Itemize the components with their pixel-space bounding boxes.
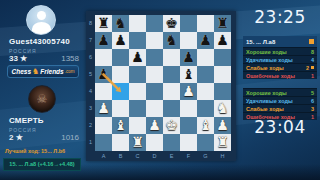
move-quality-icon (309, 39, 314, 44)
white-rook: ♜ (216, 134, 229, 151)
file-labels: ABCDEFGH (95, 152, 231, 160)
square-a6[interactable] (95, 49, 112, 66)
best-move-hint: Лучший ход: 15... Л.b6 (5, 148, 85, 154)
square-d2[interactable]: ♟ (146, 117, 163, 134)
square-g2[interactable]: ♝ (197, 117, 214, 134)
square-g6[interactable] (197, 49, 214, 66)
stat-row-weak-moves: Слабые ходы2 (243, 63, 317, 71)
white-knight: ♞ (216, 100, 229, 117)
square-b2[interactable]: ♝ (112, 117, 129, 134)
square-d1[interactable] (146, 134, 163, 151)
stat-label: Хорошие ходы (246, 90, 287, 96)
square-c1[interactable]: ♜ (129, 134, 146, 151)
square-f7[interactable] (180, 32, 197, 49)
square-f4[interactable]: ♟ (180, 83, 197, 100)
chess-board[interactable]: 87654321 ♜♞♚♜♟♟♞♟♟♟♟♟♝♟♟♞♝♟♚♝♟♜♜ ABCDEFG… (86, 11, 236, 161)
white-pawn: ♟ (182, 83, 195, 100)
square-c3[interactable] (129, 100, 146, 117)
stat-value: 1 (311, 73, 314, 79)
black-pawn: ♟ (97, 66, 110, 83)
square-h8[interactable]: ♜ (214, 15, 231, 32)
square-f1[interactable] (180, 134, 197, 151)
stat-value: 4 (311, 57, 314, 63)
square-a7[interactable]: ♟ (95, 32, 112, 49)
rank-label-7: 7 (86, 32, 95, 49)
square-e5[interactable] (163, 66, 180, 83)
black-pawn: ♟ (182, 49, 195, 66)
current-move-marker-icon (311, 66, 314, 69)
square-e2[interactable]: ♚ (163, 117, 180, 134)
rank-label-4: 4 (86, 83, 95, 100)
stat-label: Хорошие ходы (246, 49, 287, 55)
square-d5[interactable] (146, 66, 163, 83)
stat-label: Удачливые ходы (246, 57, 293, 63)
square-f2[interactable] (180, 117, 197, 134)
black-king: ♚ (165, 15, 178, 32)
stat-label: Ошибочные ходы (246, 73, 295, 79)
white-rook: ♜ (131, 134, 144, 151)
square-b5[interactable] (112, 66, 129, 83)
opponent-stats-panel: 15. ... Л.a8 Хорошие ходы8Удачливые ходы… (243, 36, 317, 79)
stat-value: 2 (306, 65, 309, 71)
stat-row-good-moves: Хорошие ходы8 (243, 47, 317, 55)
square-c4[interactable] (129, 83, 146, 100)
square-d8[interactable] (146, 15, 163, 32)
square-d3[interactable] (146, 100, 163, 117)
square-h4[interactable] (214, 83, 231, 100)
square-b1[interactable] (112, 134, 129, 151)
square-d4[interactable] (146, 83, 163, 100)
player-stats-panel: Хорошие ходы5Удачливые ходы6Слабые ходы3… (243, 88, 317, 120)
file-label-e: E (163, 152, 180, 160)
opponent-name: Guest43005740 (9, 37, 83, 46)
skull-icon: ☠ (37, 93, 48, 105)
player-clock: 23:04 (240, 117, 320, 137)
file-label-c: C (129, 152, 146, 160)
black-rook: ♜ (97, 15, 110, 32)
opponent-stars: 33 ★ (9, 54, 27, 63)
stat-row-lucky-moves: Удачливые ходы4 (243, 55, 317, 63)
stat-value: 6 (311, 98, 314, 104)
square-d6[interactable] (146, 49, 163, 66)
person-icon (32, 22, 51, 35)
square-h6[interactable] (214, 49, 231, 66)
person-icon (37, 11, 46, 20)
square-c8[interactable] (129, 15, 146, 32)
square-f8[interactable] (180, 15, 197, 32)
stat-row-good-moves: Хорошие ходы5 (243, 88, 317, 96)
square-a3[interactable]: ♟ (95, 100, 112, 117)
square-h2[interactable]: ♟ (214, 117, 231, 134)
square-c5[interactable] (129, 66, 146, 83)
square-g7[interactable]: ♟ (197, 32, 214, 49)
square-a5[interactable]: ♟ (95, 66, 112, 83)
logo-domain: .com (65, 69, 75, 74)
stat-row-lucky-moves: Удачливые ходы6 (243, 96, 317, 104)
last-move-header: 15. ... Л.a8 (243, 36, 317, 47)
stat-row-bad-moves: Ошибочные ходы1 (243, 71, 317, 79)
white-pawn: ♟ (216, 117, 229, 134)
square-h5[interactable] (214, 66, 231, 83)
square-e1[interactable] (163, 134, 180, 151)
logo-text: Chess (12, 68, 32, 75)
square-b4[interactable] (112, 83, 129, 100)
rank-label-6: 6 (86, 49, 95, 66)
black-knight: ♞ (114, 15, 127, 32)
file-label-b: B (112, 152, 129, 160)
knight-icon: ♞ (32, 68, 39, 76)
player-stars: 2 ★ (9, 133, 23, 142)
square-c6[interactable]: ♟ (129, 49, 146, 66)
black-rook: ♜ (216, 15, 229, 32)
chess-game-screen: Guest43005740 РОССИЯ 33 ★ 1358 Chess ♞ F… (0, 0, 320, 180)
square-h7[interactable]: ♟ (214, 32, 231, 49)
rank-label-2: 2 (86, 117, 95, 134)
square-g8[interactable] (197, 15, 214, 32)
stat-row-weak-moves: Слабые ходы3 (243, 104, 317, 112)
stat-label: Удачливые ходы (246, 98, 293, 104)
square-e7[interactable]: ♞ (163, 32, 180, 49)
file-label-f: F (180, 152, 197, 160)
black-knight: ♞ (165, 32, 178, 49)
rank-label-1: 1 (86, 134, 95, 151)
square-b8[interactable]: ♞ (112, 15, 129, 32)
board-squares[interactable]: ♜♞♚♜♟♟♞♟♟♟♟♟♝♟♟♞♝♟♚♝♟♜♜ (95, 15, 231, 151)
player-name: СМЕРТЬ (9, 116, 83, 125)
square-g5[interactable] (197, 66, 214, 83)
file-label-h: H (214, 152, 231, 160)
square-a1[interactable] (95, 134, 112, 151)
rank-labels: 87654321 (86, 15, 95, 151)
square-f6[interactable]: ♟ (180, 49, 197, 66)
black-bishop: ♝ (182, 66, 195, 83)
stat-value: 3 (311, 106, 314, 112)
square-f5[interactable]: ♝ (180, 66, 197, 83)
square-a8[interactable]: ♜ (95, 15, 112, 32)
square-e4[interactable] (163, 83, 180, 100)
rank-label-8: 8 (86, 15, 95, 32)
site-logo[interactable]: Chess ♞ Friends .com (7, 65, 79, 78)
square-a2[interactable] (95, 117, 112, 134)
player-avatar: ☠ (28, 85, 56, 113)
stat-label: Слабые ходы (246, 106, 284, 112)
last-move-text: 15. ... Л.a8 (246, 39, 275, 45)
black-pawn: ♟ (131, 49, 144, 66)
square-b7[interactable]: ♟ (112, 32, 129, 49)
logo-text: Friends (40, 68, 63, 75)
square-g4[interactable] (197, 83, 214, 100)
opponent-clock: 23:25 (240, 7, 320, 27)
square-b6[interactable] (112, 49, 129, 66)
file-label-a: A (95, 152, 112, 160)
opponent-rating: 1358 (61, 54, 79, 63)
white-king: ♚ (165, 117, 178, 134)
square-e8[interactable]: ♚ (163, 15, 180, 32)
white-bishop: ♝ (114, 117, 127, 134)
white-bishop: ♝ (199, 117, 212, 134)
square-c7[interactable] (129, 32, 146, 49)
square-g3[interactable] (197, 100, 214, 117)
square-b3[interactable] (112, 100, 129, 117)
square-f3[interactable] (180, 100, 197, 117)
black-pawn: ♟ (97, 32, 110, 49)
black-pawn: ♟ (199, 32, 212, 49)
square-c2[interactable] (129, 117, 146, 134)
white-pawn: ♟ (148, 117, 161, 134)
white-pawn: ♟ (97, 100, 110, 117)
square-h3[interactable]: ♞ (214, 100, 231, 117)
player-rating: 1016 (61, 133, 79, 142)
black-pawn: ♟ (114, 32, 127, 49)
square-e3[interactable] (163, 100, 180, 117)
square-g1[interactable] (197, 134, 214, 151)
file-label-g: G (197, 152, 214, 160)
played-move-eval: 15. ... Л.a8 (+4.16→+4.48) (3, 158, 81, 171)
stat-value: 5 (311, 90, 314, 96)
opponent-avatar (26, 5, 56, 35)
square-e6[interactable] (163, 49, 180, 66)
stat-label: Слабые ходы (246, 65, 284, 71)
square-h1[interactable]: ♜ (214, 134, 231, 151)
left-sidebar: Guest43005740 РОССИЯ 33 ★ 1358 Chess ♞ F… (0, 0, 86, 180)
square-d7[interactable] (146, 32, 163, 49)
file-label-d: D (146, 152, 163, 160)
square-a4[interactable] (95, 83, 112, 100)
right-sidebar: 23:25 15. ... Л.a8 Хорошие ходы8Удачливы… (240, 0, 320, 180)
stat-value: 8 (311, 49, 314, 55)
rank-label-5: 5 (86, 66, 95, 83)
black-pawn: ♟ (216, 32, 229, 49)
rank-label-3: 3 (86, 100, 95, 117)
